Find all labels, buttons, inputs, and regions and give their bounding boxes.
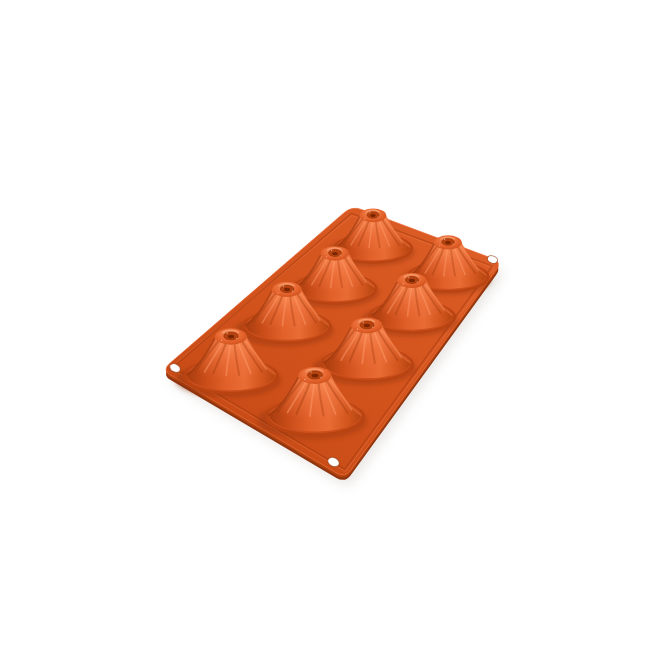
photo-background: [0, 0, 664, 664]
product-photo: [0, 0, 664, 664]
mold-photo-svg: [0, 0, 664, 664]
